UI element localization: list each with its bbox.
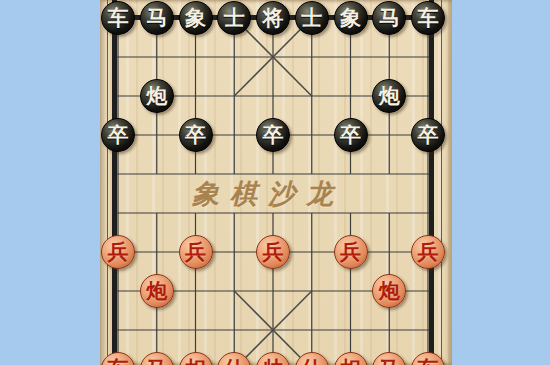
river-text: 象棋沙龙	[192, 179, 344, 209]
piece-black-cannon-f2r2[interactable]: 炮	[140, 79, 174, 113]
piece-black-chariot-f1r0[interactable]: 车	[101, 1, 135, 35]
xiangqi-board: 象棋沙龙 123456789 车马象士将士象马车炮炮卒卒卒卒卒兵兵兵兵兵炮炮车马…	[100, 0, 452, 365]
piece-red-soldier-f7r6[interactable]: 兵	[334, 235, 368, 269]
piece-red-cannon-f8r7[interactable]: 炮	[372, 274, 406, 308]
piece-black-general-f5r0[interactable]: 将	[256, 1, 290, 35]
piece-black-soldier-f5r3[interactable]: 卒	[256, 118, 290, 152]
board-outer-border-left	[107, 0, 108, 365]
board-thick-border-left	[112, 0, 117, 365]
piece-black-elephant-f3r0[interactable]: 象	[179, 1, 213, 35]
piece-red-soldier-f1r6[interactable]: 兵	[101, 235, 135, 269]
piece-black-advisor-f6r0[interactable]: 士	[295, 1, 329, 35]
piece-black-horse-f8r0[interactable]: 马	[372, 1, 406, 35]
piece-black-advisor-f4r0[interactable]: 士	[217, 1, 251, 35]
piece-red-soldier-f9r6[interactable]: 兵	[411, 235, 445, 269]
piece-black-soldier-f9r3[interactable]: 卒	[411, 118, 445, 152]
piece-red-soldier-f5r6[interactable]: 兵	[256, 235, 290, 269]
piece-black-soldier-f7r3[interactable]: 卒	[334, 118, 368, 152]
piece-black-cannon-f8r2[interactable]: 炮	[372, 79, 406, 113]
board-thick-border-right	[429, 0, 434, 365]
piece-red-cannon-f2r7[interactable]: 炮	[140, 274, 174, 308]
piece-black-chariot-f9r0[interactable]: 车	[411, 1, 445, 35]
board-outer-border-right	[441, 0, 442, 365]
piece-black-soldier-f3r3[interactable]: 卒	[179, 118, 213, 152]
piece-black-horse-f2r0[interactable]: 马	[140, 1, 174, 35]
piece-black-elephant-f7r0[interactable]: 象	[334, 1, 368, 35]
piece-red-soldier-f3r6[interactable]: 兵	[179, 235, 213, 269]
piece-black-soldier-f1r3[interactable]: 卒	[101, 118, 135, 152]
desktop-background: 象棋沙龙 123456789 车马象士将士象马车炮炮卒卒卒卒卒兵兵兵兵兵炮炮车马…	[0, 0, 550, 365]
